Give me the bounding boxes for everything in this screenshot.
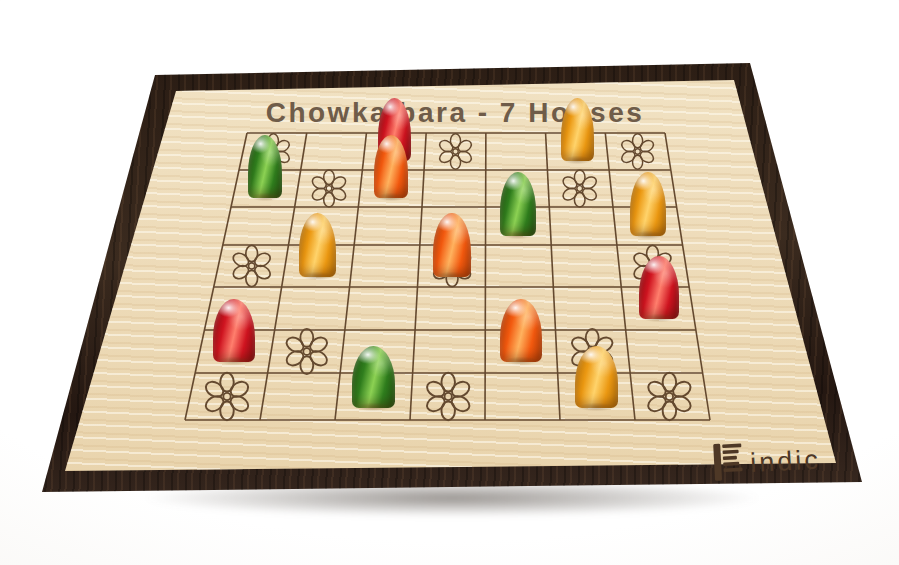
board-photo-scene: Chowka bara - 7 Houses indic: [0, 0, 899, 565]
pawn-orange[interactable]: [433, 213, 471, 277]
pawn-yellow[interactable]: [575, 346, 618, 408]
pawn-yellow[interactable]: [630, 172, 666, 236]
pawn-yellow[interactable]: [299, 213, 337, 277]
pawn-green[interactable]: [500, 172, 536, 236]
pawn-orange[interactable]: [500, 299, 542, 362]
pawn-green[interactable]: [352, 346, 395, 408]
pawn-yellow[interactable]: [561, 98, 594, 161]
pawn-layer: [0, 0, 899, 565]
pawn-green[interactable]: [248, 135, 283, 198]
pawn-red[interactable]: [213, 299, 255, 362]
pawn-red[interactable]: [639, 256, 679, 319]
